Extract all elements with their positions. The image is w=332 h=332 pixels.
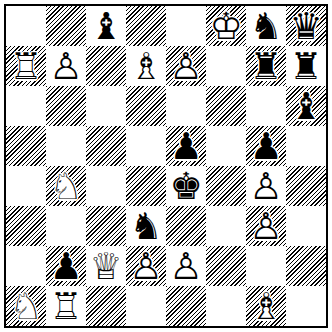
black-pawn-icon: ♟ bbox=[246, 126, 286, 166]
square-b6[interactable] bbox=[46, 86, 86, 126]
square-g1[interactable]: ♝♗ bbox=[246, 286, 286, 326]
square-d8[interactable] bbox=[126, 6, 166, 46]
white-pawn-icon: ♙ bbox=[126, 246, 166, 286]
piece-white-bishop: ♝♗ bbox=[126, 46, 166, 86]
square-b3[interactable] bbox=[46, 206, 86, 246]
square-b7[interactable]: ♟♙ bbox=[46, 46, 86, 86]
piece-white-pawn: ♟♙ bbox=[46, 46, 86, 86]
square-e8[interactable] bbox=[166, 6, 206, 46]
piece-white-knight: ♞♘ bbox=[6, 286, 46, 326]
piece-black-rook: ♜♜ bbox=[246, 46, 286, 86]
square-h6[interactable]: ♝♝ bbox=[286, 86, 326, 126]
square-a3[interactable] bbox=[6, 206, 46, 246]
square-b5[interactable] bbox=[46, 126, 86, 166]
black-pawn-icon: ♟ bbox=[166, 126, 206, 166]
square-g3[interactable]: ♟♙ bbox=[246, 206, 286, 246]
piece-black-pawn: ♟♟ bbox=[246, 126, 286, 166]
white-rook-icon: ♖ bbox=[46, 286, 86, 326]
white-king-icon: ♔ bbox=[206, 6, 246, 46]
piece-black-pawn: ♟♟ bbox=[46, 246, 86, 286]
chess-board: ♝♝♚♔♞♞♛♛♜♖♟♙♝♗♟♙♜♜♜♜♝♝♟♟♟♟♞♘♚♚♟♙♞♞♟♙♟♟♛♕… bbox=[6, 6, 326, 326]
square-g8[interactable]: ♞♞ bbox=[246, 6, 286, 46]
square-g6[interactable] bbox=[246, 86, 286, 126]
square-b4[interactable]: ♞♘ bbox=[46, 166, 86, 206]
square-b2[interactable]: ♟♟ bbox=[46, 246, 86, 286]
square-g4[interactable]: ♟♙ bbox=[246, 166, 286, 206]
square-e7[interactable]: ♟♙ bbox=[166, 46, 206, 86]
black-bishop-icon: ♝ bbox=[286, 86, 326, 126]
square-h1[interactable] bbox=[286, 286, 326, 326]
black-knight-icon: ♞ bbox=[246, 6, 286, 46]
square-d2[interactable]: ♟♙ bbox=[126, 246, 166, 286]
piece-black-pawn: ♟♟ bbox=[166, 126, 206, 166]
square-c1[interactable] bbox=[86, 286, 126, 326]
piece-black-bishop: ♝♝ bbox=[286, 86, 326, 126]
square-d4[interactable] bbox=[126, 166, 166, 206]
square-a5[interactable] bbox=[6, 126, 46, 166]
board-frame: ♝♝♚♔♞♞♛♛♜♖♟♙♝♗♟♙♜♜♜♜♝♝♟♟♟♟♞♘♚♚♟♙♞♞♟♙♟♟♛♕… bbox=[4, 4, 328, 328]
square-c2[interactable]: ♛♕ bbox=[86, 246, 126, 286]
square-f7[interactable] bbox=[206, 46, 246, 86]
white-knight-icon: ♘ bbox=[46, 166, 86, 206]
square-e3[interactable] bbox=[166, 206, 206, 246]
piece-white-king: ♚♔ bbox=[206, 6, 246, 46]
white-pawn-icon: ♙ bbox=[166, 46, 206, 86]
square-h8[interactable]: ♛♛ bbox=[286, 6, 326, 46]
square-d3[interactable]: ♞♞ bbox=[126, 206, 166, 246]
piece-black-bishop: ♝♝ bbox=[86, 6, 126, 46]
square-h7[interactable]: ♜♜ bbox=[286, 46, 326, 86]
square-f2[interactable] bbox=[206, 246, 246, 286]
piece-white-rook: ♜♖ bbox=[6, 46, 46, 86]
white-bishop-icon: ♗ bbox=[126, 46, 166, 86]
square-g7[interactable]: ♜♜ bbox=[246, 46, 286, 86]
piece-white-rook: ♜♖ bbox=[46, 286, 86, 326]
square-c6[interactable] bbox=[86, 86, 126, 126]
square-a4[interactable] bbox=[6, 166, 46, 206]
square-f4[interactable] bbox=[206, 166, 246, 206]
square-c4[interactable] bbox=[86, 166, 126, 206]
piece-white-knight: ♞♘ bbox=[46, 166, 86, 206]
square-b8[interactable] bbox=[46, 6, 86, 46]
white-pawn-icon: ♙ bbox=[246, 166, 286, 206]
square-h5[interactable] bbox=[286, 126, 326, 166]
piece-white-pawn: ♟♙ bbox=[246, 166, 286, 206]
square-h4[interactable] bbox=[286, 166, 326, 206]
square-d1[interactable] bbox=[126, 286, 166, 326]
square-f8[interactable]: ♚♔ bbox=[206, 6, 246, 46]
black-rook-icon: ♜ bbox=[286, 46, 326, 86]
square-g5[interactable]: ♟♟ bbox=[246, 126, 286, 166]
white-pawn-icon: ♙ bbox=[166, 246, 206, 286]
piece-white-queen: ♛♕ bbox=[86, 246, 126, 286]
square-a8[interactable] bbox=[6, 6, 46, 46]
square-f1[interactable] bbox=[206, 286, 246, 326]
piece-black-queen: ♛♛ bbox=[286, 6, 326, 46]
black-knight-icon: ♞ bbox=[126, 206, 166, 246]
chess-diagram-page: ♝♝♚♔♞♞♛♛♜♖♟♙♝♗♟♙♜♜♜♜♝♝♟♟♟♟♞♘♚♚♟♙♞♞♟♙♟♟♛♕… bbox=[0, 0, 332, 332]
piece-black-knight: ♞♞ bbox=[246, 6, 286, 46]
square-c5[interactable] bbox=[86, 126, 126, 166]
piece-white-pawn: ♟♙ bbox=[246, 206, 286, 246]
white-pawn-icon: ♙ bbox=[46, 46, 86, 86]
square-f6[interactable] bbox=[206, 86, 246, 126]
square-e1[interactable] bbox=[166, 286, 206, 326]
square-e5[interactable]: ♟♟ bbox=[166, 126, 206, 166]
square-a1[interactable]: ♞♘ bbox=[6, 286, 46, 326]
white-queen-icon: ♕ bbox=[86, 246, 126, 286]
piece-white-pawn: ♟♙ bbox=[166, 46, 206, 86]
piece-white-bishop: ♝♗ bbox=[246, 286, 286, 326]
black-bishop-icon: ♝ bbox=[86, 6, 126, 46]
white-knight-icon: ♘ bbox=[6, 286, 46, 326]
black-queen-icon: ♛ bbox=[286, 6, 326, 46]
square-c8[interactable]: ♝♝ bbox=[86, 6, 126, 46]
square-e2[interactable]: ♟♙ bbox=[166, 246, 206, 286]
white-bishop-icon: ♗ bbox=[246, 286, 286, 326]
square-f5[interactable] bbox=[206, 126, 246, 166]
square-a6[interactable] bbox=[6, 86, 46, 126]
piece-black-knight: ♞♞ bbox=[126, 206, 166, 246]
piece-white-pawn: ♟♙ bbox=[126, 246, 166, 286]
square-d7[interactable]: ♝♗ bbox=[126, 46, 166, 86]
square-e6[interactable] bbox=[166, 86, 206, 126]
piece-black-king: ♚♚ bbox=[166, 166, 206, 206]
black-pawn-icon: ♟ bbox=[46, 246, 86, 286]
black-king-icon: ♚ bbox=[166, 166, 206, 206]
square-e4[interactable]: ♚♚ bbox=[166, 166, 206, 206]
black-rook-icon: ♜ bbox=[246, 46, 286, 86]
square-h3[interactable] bbox=[286, 206, 326, 246]
square-d5[interactable] bbox=[126, 126, 166, 166]
square-b1[interactable]: ♜♖ bbox=[46, 286, 86, 326]
piece-black-rook: ♜♜ bbox=[286, 46, 326, 86]
square-a7[interactable]: ♜♖ bbox=[6, 46, 46, 86]
square-h2[interactable] bbox=[286, 246, 326, 286]
piece-white-pawn: ♟♙ bbox=[166, 246, 206, 286]
square-c3[interactable] bbox=[86, 206, 126, 246]
square-c7[interactable] bbox=[86, 46, 126, 86]
square-f3[interactable] bbox=[206, 206, 246, 246]
square-a2[interactable] bbox=[6, 246, 46, 286]
square-d6[interactable] bbox=[126, 86, 166, 126]
white-rook-icon: ♖ bbox=[6, 46, 46, 86]
white-pawn-icon: ♙ bbox=[246, 206, 286, 246]
square-g2[interactable] bbox=[246, 246, 286, 286]
